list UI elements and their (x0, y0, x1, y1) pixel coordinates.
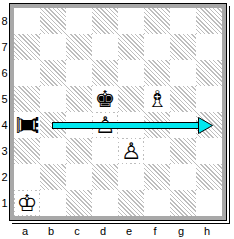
square-a1[interactable]: ♔ (14, 190, 40, 216)
square-b4[interactable] (40, 112, 66, 138)
square-g6[interactable] (170, 60, 196, 86)
square-f2[interactable] (144, 164, 170, 190)
square-d3[interactable] (92, 138, 118, 164)
square-f7[interactable] (144, 34, 170, 60)
square-g5[interactable] (170, 86, 196, 112)
square-f8[interactable] (144, 8, 170, 34)
square-a5[interactable] (14, 86, 40, 112)
square-d7[interactable] (92, 34, 118, 60)
square-c4[interactable] (66, 112, 92, 138)
square-a3[interactable] (14, 138, 40, 164)
file-label-d: d (90, 224, 116, 238)
rank-label-6: 6 (0, 60, 9, 86)
square-c3[interactable] (66, 138, 92, 164)
piece-white-pawn-e3[interactable]: ♙ (119, 139, 143, 163)
square-g4[interactable] (170, 112, 196, 138)
square-h2[interactable] (196, 164, 222, 190)
square-f3[interactable] (144, 138, 170, 164)
square-a6[interactable] (14, 60, 40, 86)
rank-label-8: 8 (0, 8, 9, 34)
square-g2[interactable] (170, 164, 196, 190)
square-h8[interactable] (196, 8, 222, 34)
square-e7[interactable] (118, 34, 144, 60)
square-f6[interactable] (144, 60, 170, 86)
square-b5[interactable] (40, 86, 66, 112)
square-f1[interactable] (144, 190, 170, 216)
square-d2[interactable] (92, 164, 118, 190)
square-d8[interactable] (92, 8, 118, 34)
square-b2[interactable] (40, 164, 66, 190)
square-g1[interactable] (170, 190, 196, 216)
piece-white-pawn-d4[interactable]: ♙ (93, 113, 117, 137)
square-e8[interactable] (118, 8, 144, 34)
square-h5[interactable] (196, 86, 222, 112)
square-f5[interactable]: ♗ (144, 86, 170, 112)
square-d6[interactable] (92, 60, 118, 86)
chess-board: ♚♗♜♙♙♔ (14, 8, 222, 216)
piece-black-king-d5[interactable]: ♚ (93, 87, 117, 111)
square-g7[interactable] (170, 34, 196, 60)
square-b6[interactable] (40, 60, 66, 86)
square-a4[interactable]: ♜ (14, 112, 40, 138)
rank-label-3: 3 (0, 138, 9, 164)
square-b3[interactable] (40, 138, 66, 164)
piece-white-bishop-f5[interactable]: ♗ (145, 87, 169, 111)
file-label-g: g (168, 224, 194, 238)
square-h6[interactable] (196, 60, 222, 86)
file-label-a: a (12, 224, 38, 238)
square-h1[interactable] (196, 190, 222, 216)
square-a8[interactable] (14, 8, 40, 34)
file-label-h: h (194, 224, 220, 238)
square-b7[interactable] (40, 34, 66, 60)
square-h3[interactable] (196, 138, 222, 164)
rank-label-5: 5 (0, 86, 9, 112)
square-g8[interactable] (170, 8, 196, 34)
chess-diagram: 87654321 ♚♗♜♙♙♔ abcdefgh (0, 0, 234, 239)
square-e2[interactable] (118, 164, 144, 190)
square-e5[interactable] (118, 86, 144, 112)
square-h7[interactable] (196, 34, 222, 60)
square-g3[interactable] (170, 138, 196, 164)
square-e4[interactable] (118, 112, 144, 138)
rank-label-2: 2 (0, 164, 9, 190)
square-c5[interactable] (66, 86, 92, 112)
piece-white-king-a1[interactable]: ♔ (15, 191, 39, 215)
square-f4[interactable] (144, 112, 170, 138)
square-d5[interactable]: ♚ (92, 86, 118, 112)
file-label-b: b (38, 224, 64, 238)
file-label-e: e (116, 224, 142, 238)
rank-label-4: 4 (0, 112, 9, 138)
square-h4[interactable] (196, 112, 222, 138)
piece-black-rook-a4[interactable]: ♜ (12, 110, 42, 140)
square-d1[interactable] (92, 190, 118, 216)
square-e6[interactable] (118, 60, 144, 86)
square-c6[interactable] (66, 60, 92, 86)
square-d4[interactable]: ♙ (92, 112, 118, 138)
square-c8[interactable] (66, 8, 92, 34)
rank-label-7: 7 (0, 34, 9, 60)
square-a2[interactable] (14, 164, 40, 190)
square-e1[interactable] (118, 190, 144, 216)
file-label-f: f (142, 224, 168, 238)
file-label-c: c (64, 224, 90, 238)
square-a7[interactable] (14, 34, 40, 60)
board-frame: ♚♗♜♙♙♔ (9, 3, 227, 221)
square-c1[interactable] (66, 190, 92, 216)
square-b1[interactable] (40, 190, 66, 216)
square-b8[interactable] (40, 8, 66, 34)
square-e3[interactable]: ♙ (118, 138, 144, 164)
square-c2[interactable] (66, 164, 92, 190)
rank-label-1: 1 (0, 190, 9, 216)
square-c7[interactable] (66, 34, 92, 60)
